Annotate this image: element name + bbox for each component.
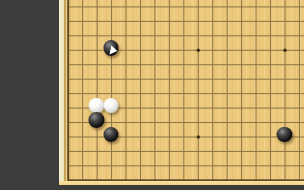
goban-grid[interactable] bbox=[61, 0, 304, 187]
board-bottom-bevel bbox=[59, 181, 304, 185]
star-point bbox=[283, 48, 286, 51]
star-point bbox=[197, 135, 200, 138]
board-grid-lines bbox=[61, 0, 304, 187]
go-game-screenshot bbox=[0, 0, 304, 190]
sidebar-panel bbox=[0, 0, 59, 190]
star-point bbox=[197, 48, 200, 51]
